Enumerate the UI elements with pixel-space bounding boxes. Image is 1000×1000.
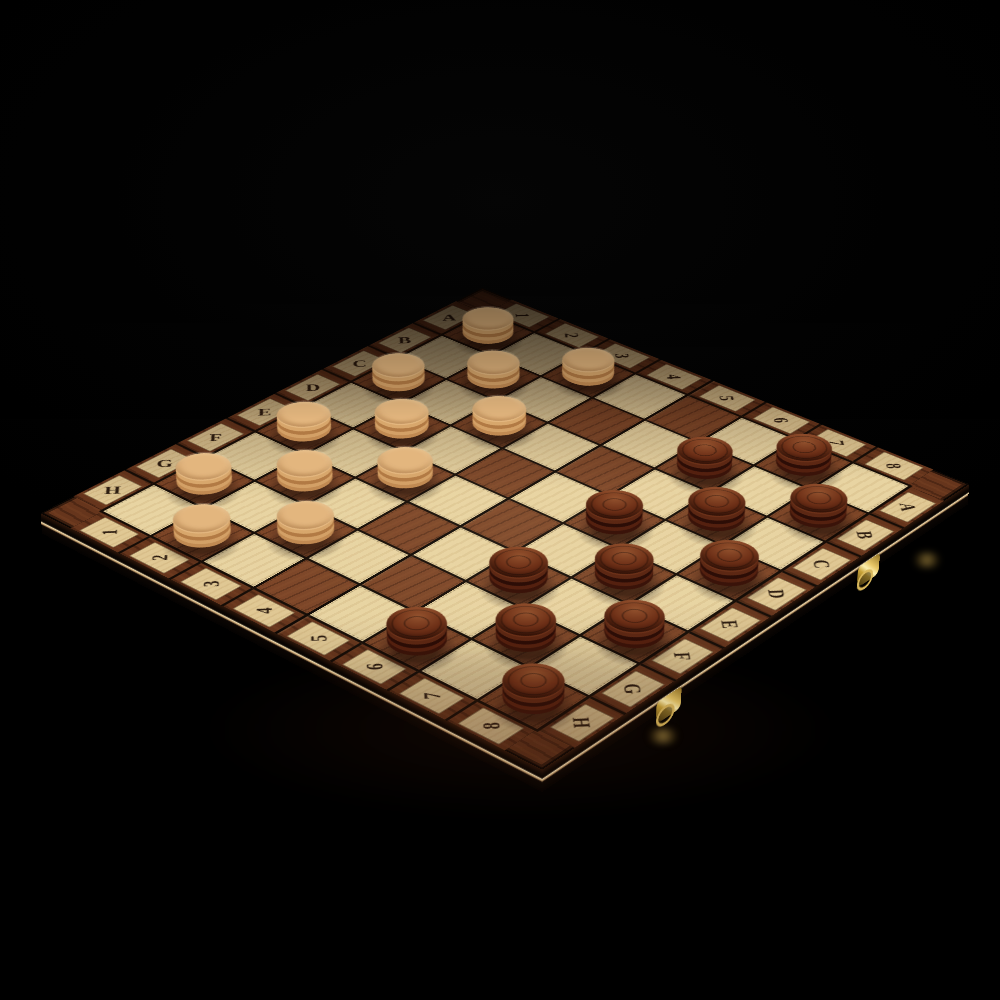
- rank-label-4: 4: [252, 607, 275, 614]
- rank-label-1: 1: [98, 529, 120, 535]
- file-label-A: A: [442, 313, 457, 322]
- rank-label-7: 7: [826, 440, 848, 446]
- rank-label-5: 5: [716, 396, 737, 401]
- file-label-C: C: [810, 559, 834, 568]
- brass-clasp-icon: [656, 686, 682, 725]
- clasp-hook-icon: [856, 565, 873, 594]
- squares-grid: [99, 311, 913, 732]
- file-label-A: A: [896, 503, 920, 512]
- file-label-B: B: [398, 335, 412, 345]
- brass-clasp-icon: [857, 553, 880, 589]
- rank-label-8: 8: [883, 463, 906, 469]
- file-label-D: D: [305, 382, 320, 392]
- file-label-G: G: [156, 458, 173, 469]
- file-label-E: E: [718, 620, 743, 629]
- board-face: 12345678 12345678 ABCDEFGH ABCDEFGH: [41, 288, 970, 770]
- file-label-H: H: [104, 484, 122, 495]
- square-c7[interactable]: [668, 493, 765, 543]
- clasp-hook-icon: [656, 699, 675, 731]
- square-h2[interactable]: [153, 509, 252, 560]
- product-photo-stage: 12345678 12345678 ABCDEFGH ABCDEFGH: [0, 0, 1000, 1000]
- scene: 12345678 12345678 ABCDEFGH ABCDEFGH: [0, 0, 1000, 1000]
- file-label-E: E: [258, 407, 272, 417]
- checkers-board: 12345678 12345678 ABCDEFGH ABCDEFGH: [41, 288, 970, 770]
- rank-label-1: 1: [513, 313, 533, 318]
- rank-label-2: 2: [562, 333, 582, 338]
- file-label-C: C: [352, 359, 367, 369]
- rank-label-3: 3: [200, 580, 223, 587]
- file-label-G: G: [621, 683, 646, 694]
- rank-label-5: 5: [307, 635, 330, 642]
- file-label-F: F: [209, 432, 222, 443]
- rank-label-6: 6: [771, 417, 793, 423]
- rank-label-3: 3: [612, 353, 633, 358]
- rank-label-4: 4: [664, 374, 685, 379]
- rank-label-7: 7: [420, 692, 444, 699]
